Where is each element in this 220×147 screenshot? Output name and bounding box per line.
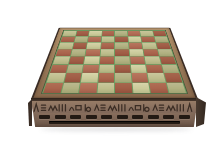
square-b7[interactable] xyxy=(74,36,88,42)
square-b1[interactable] xyxy=(61,83,80,93)
square-f2[interactable] xyxy=(131,73,148,82)
square-h1[interactable] xyxy=(166,83,186,93)
square-g1[interactable] xyxy=(149,83,168,93)
square-g7[interactable] xyxy=(141,36,155,42)
square-a5[interactable] xyxy=(56,49,72,56)
front-slot xyxy=(132,115,143,119)
board-photo-scene xyxy=(0,0,220,147)
square-c3[interactable] xyxy=(82,64,98,72)
square-e7[interactable] xyxy=(115,36,128,42)
square-h4[interactable] xyxy=(159,57,176,64)
square-a2[interactable] xyxy=(47,73,65,82)
box-right-side xyxy=(196,97,206,127)
square-c7[interactable] xyxy=(88,36,101,42)
square-b6[interactable] xyxy=(72,43,87,49)
board-grid xyxy=(42,30,187,93)
front-slot xyxy=(55,115,66,119)
square-a3[interactable] xyxy=(50,64,67,72)
square-c2[interactable] xyxy=(81,73,98,82)
square-h3[interactable] xyxy=(161,64,178,72)
square-f3[interactable] xyxy=(130,64,146,72)
square-d8[interactable] xyxy=(102,31,114,36)
square-d6[interactable] xyxy=(101,43,114,49)
square-f4[interactable] xyxy=(130,57,145,64)
square-g5[interactable] xyxy=(143,49,158,56)
square-h2[interactable] xyxy=(164,73,182,82)
square-h5[interactable] xyxy=(157,49,173,56)
square-f8[interactable] xyxy=(127,31,140,36)
square-c1[interactable] xyxy=(79,83,97,93)
square-c4[interactable] xyxy=(84,57,99,64)
square-e2[interactable] xyxy=(115,73,131,82)
board-frame xyxy=(31,28,198,99)
square-d7[interactable] xyxy=(101,36,114,42)
square-f6[interactable] xyxy=(128,43,142,49)
square-f1[interactable] xyxy=(132,83,150,93)
square-a7[interactable] xyxy=(60,36,74,42)
front-slot xyxy=(70,115,81,119)
square-d2[interactable] xyxy=(98,73,114,82)
square-f7[interactable] xyxy=(128,36,141,42)
square-d1[interactable] xyxy=(97,83,114,93)
square-e4[interactable] xyxy=(115,57,130,64)
square-g4[interactable] xyxy=(145,57,161,64)
front-slot xyxy=(179,115,190,119)
front-slot xyxy=(101,115,112,119)
square-d3[interactable] xyxy=(99,64,114,72)
front-slot xyxy=(148,115,159,119)
square-e6[interactable] xyxy=(115,43,128,49)
square-b4[interactable] xyxy=(68,57,84,64)
square-a4[interactable] xyxy=(53,57,70,64)
square-h8[interactable] xyxy=(153,31,167,36)
square-e3[interactable] xyxy=(115,64,130,72)
square-e1[interactable] xyxy=(115,83,132,93)
square-b8[interactable] xyxy=(76,31,89,36)
square-b5[interactable] xyxy=(71,49,86,56)
square-c5[interactable] xyxy=(85,49,100,56)
board-top-perspective-wrap xyxy=(31,0,198,99)
front-slot xyxy=(39,115,50,119)
square-b2[interactable] xyxy=(64,73,82,82)
square-b3[interactable] xyxy=(66,64,83,72)
square-a1[interactable] xyxy=(43,83,63,93)
front-slot xyxy=(163,115,174,119)
front-slot xyxy=(117,115,128,119)
square-f5[interactable] xyxy=(129,49,144,56)
square-e8[interactable] xyxy=(115,31,127,36)
square-h6[interactable] xyxy=(156,43,171,49)
slot-row xyxy=(31,113,198,120)
square-h7[interactable] xyxy=(154,36,168,42)
front-slot xyxy=(86,115,97,119)
square-c8[interactable] xyxy=(89,31,102,36)
square-c6[interactable] xyxy=(87,43,101,49)
square-g6[interactable] xyxy=(142,43,157,49)
square-e5[interactable] xyxy=(115,49,129,56)
square-g8[interactable] xyxy=(140,31,153,36)
drop-shadow xyxy=(40,127,192,131)
square-g3[interactable] xyxy=(146,64,163,72)
square-d5[interactable] xyxy=(100,49,114,56)
box-left-side xyxy=(28,99,32,126)
chess-box-front-face xyxy=(31,98,198,127)
square-d4[interactable] xyxy=(99,57,114,64)
square-a8[interactable] xyxy=(63,31,77,36)
square-a6[interactable] xyxy=(58,43,73,49)
square-g2[interactable] xyxy=(147,73,165,82)
hieroglyph-carving-band-icon xyxy=(31,101,198,114)
